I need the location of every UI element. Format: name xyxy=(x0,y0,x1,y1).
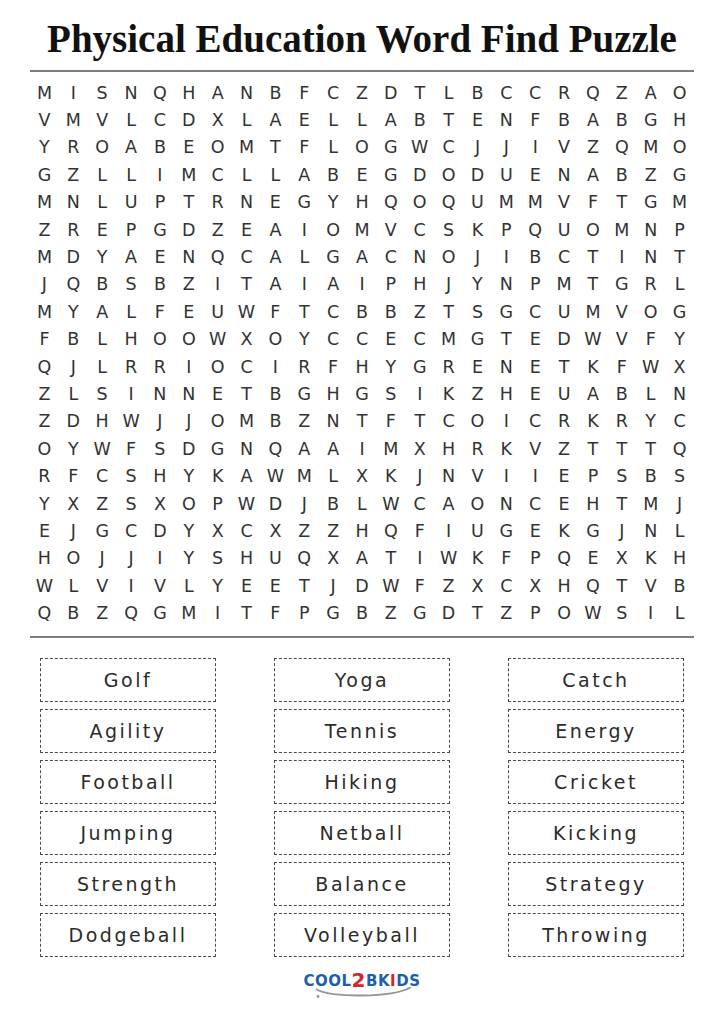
grid-cell[interactable]: C xyxy=(665,408,694,435)
grid-cell[interactable]: J xyxy=(59,353,88,380)
grid-cell[interactable]: Z xyxy=(59,161,88,188)
grid-cell[interactable]: G xyxy=(145,216,174,243)
grid-cell[interactable]: H xyxy=(117,326,146,353)
grid-cell[interactable]: F xyxy=(405,517,434,544)
grid-cell[interactable]: U xyxy=(203,298,232,325)
grid-cell[interactable]: B xyxy=(319,161,348,188)
grid-cell[interactable]: L xyxy=(290,243,319,270)
grid-cell[interactable]: V xyxy=(550,189,579,216)
grid-cell[interactable]: J xyxy=(117,545,146,572)
grid-cell[interactable]: D xyxy=(59,408,88,435)
grid-cell[interactable]: B xyxy=(59,326,88,353)
grid-cell[interactable]: V xyxy=(88,106,117,133)
grid-cell[interactable]: L xyxy=(232,161,261,188)
grid-cell[interactable]: Y xyxy=(174,545,203,572)
grid-cell[interactable]: Q xyxy=(521,216,550,243)
grid-cell[interactable]: Y xyxy=(203,572,232,599)
grid-cell[interactable]: B xyxy=(348,298,377,325)
grid-cell[interactable]: Q xyxy=(376,517,405,544)
grid-cell[interactable]: W xyxy=(579,599,608,626)
word-item[interactable]: Catch xyxy=(508,658,684,702)
grid-cell[interactable]: T xyxy=(290,298,319,325)
grid-cell[interactable]: A xyxy=(579,106,608,133)
grid-cell[interactable]: F xyxy=(290,79,319,106)
grid-cell[interactable]: G xyxy=(376,161,405,188)
grid-cell[interactable]: Q xyxy=(117,599,146,626)
grid-cell[interactable]: D xyxy=(174,435,203,462)
grid-cell[interactable]: C xyxy=(319,298,348,325)
grid-cell[interactable]: U xyxy=(550,216,579,243)
grid-cell[interactable]: M xyxy=(636,490,665,517)
grid-cell[interactable]: H xyxy=(174,79,203,106)
grid-cell[interactable]: E xyxy=(232,572,261,599)
grid-cell[interactable]: S xyxy=(117,271,146,298)
grid-cell[interactable]: B xyxy=(376,298,405,325)
grid-cell[interactable]: A xyxy=(348,243,377,270)
grid-cell[interactable]: X xyxy=(665,353,694,380)
grid-cell[interactable]: E xyxy=(145,243,174,270)
grid-cell[interactable]: Q xyxy=(30,353,59,380)
grid-cell[interactable]: Y xyxy=(463,271,492,298)
grid-cell[interactable]: D xyxy=(174,216,203,243)
grid-cell[interactable]: N xyxy=(405,243,434,270)
grid-cell[interactable]: L xyxy=(665,599,694,626)
grid-cell[interactable]: E xyxy=(550,490,579,517)
grid-cell[interactable]: O xyxy=(203,353,232,380)
grid-cell[interactable]: N xyxy=(59,189,88,216)
grid-cell[interactable]: Q xyxy=(607,134,636,161)
grid-cell[interactable]: I xyxy=(290,216,319,243)
grid-cell[interactable]: A xyxy=(636,79,665,106)
grid-cell[interactable]: Z xyxy=(30,380,59,407)
grid-cell[interactable]: M xyxy=(348,216,377,243)
grid-cell[interactable]: A xyxy=(579,380,608,407)
grid-cell[interactable]: U xyxy=(463,189,492,216)
grid-cell[interactable]: W xyxy=(88,435,117,462)
grid-cell[interactable]: I xyxy=(145,161,174,188)
grid-cell[interactable]: L xyxy=(88,189,117,216)
grid-cell[interactable]: C xyxy=(492,572,521,599)
grid-cell[interactable]: Y xyxy=(59,435,88,462)
grid-cell[interactable]: K xyxy=(376,462,405,489)
word-item[interactable]: Throwing xyxy=(508,913,684,957)
grid-cell[interactable]: T xyxy=(579,243,608,270)
grid-cell[interactable]: K xyxy=(463,545,492,572)
grid-cell[interactable]: V xyxy=(636,572,665,599)
grid-cell[interactable]: F xyxy=(492,545,521,572)
grid-cell[interactable]: P xyxy=(521,271,550,298)
grid-cell[interactable]: E xyxy=(348,161,377,188)
grid-cell[interactable]: H xyxy=(88,408,117,435)
grid-cell[interactable]: Z xyxy=(434,572,463,599)
grid-cell[interactable]: J xyxy=(434,271,463,298)
grid-cell[interactable]: D xyxy=(550,326,579,353)
grid-cell[interactable]: A xyxy=(88,298,117,325)
word-item[interactable]: Volleyball xyxy=(274,913,450,957)
grid-cell[interactable]: G xyxy=(290,189,319,216)
word-item[interactable]: Hiking xyxy=(274,760,450,804)
grid-cell[interactable]: A xyxy=(434,490,463,517)
grid-cell[interactable]: A xyxy=(261,216,290,243)
grid-cell[interactable]: C xyxy=(521,408,550,435)
grid-cell[interactable]: N xyxy=(636,216,665,243)
grid-cell[interactable]: G xyxy=(636,189,665,216)
grid-cell[interactable]: D xyxy=(434,599,463,626)
grid-cell[interactable]: G xyxy=(607,271,636,298)
grid-cell[interactable]: X xyxy=(348,462,377,489)
grid-cell[interactable]: E xyxy=(463,106,492,133)
grid-cell[interactable]: N xyxy=(636,243,665,270)
grid-cell[interactable]: F xyxy=(607,353,636,380)
grid-cell[interactable]: F xyxy=(145,298,174,325)
grid-cell[interactable]: M xyxy=(59,106,88,133)
grid-cell[interactable]: X xyxy=(203,517,232,544)
grid-cell[interactable]: M xyxy=(492,189,521,216)
grid-cell[interactable]: W xyxy=(376,572,405,599)
grid-cell[interactable]: G xyxy=(665,298,694,325)
grid-cell[interactable]: I xyxy=(492,408,521,435)
grid-cell[interactable]: I xyxy=(117,572,146,599)
grid-cell[interactable]: V xyxy=(30,106,59,133)
grid-cell[interactable]: Q xyxy=(579,572,608,599)
grid-cell[interactable]: W xyxy=(405,134,434,161)
grid-cell[interactable]: O xyxy=(665,79,694,106)
grid-cell[interactable]: T xyxy=(607,490,636,517)
grid-cell[interactable]: I xyxy=(521,462,550,489)
grid-cell[interactable]: B xyxy=(607,161,636,188)
grid-cell[interactable]: F xyxy=(521,106,550,133)
grid-cell[interactable]: E xyxy=(579,545,608,572)
grid-cell[interactable]: M xyxy=(290,462,319,489)
grid-cell[interactable]: O xyxy=(30,435,59,462)
grid-cell[interactable]: J xyxy=(145,408,174,435)
grid-cell[interactable]: H xyxy=(579,490,608,517)
grid-cell[interactable]: B xyxy=(665,572,694,599)
grid-cell[interactable]: M xyxy=(607,216,636,243)
grid-cell[interactable]: T xyxy=(261,134,290,161)
grid-cell[interactable]: H xyxy=(665,106,694,133)
grid-cell[interactable]: N xyxy=(550,161,579,188)
grid-cell[interactable]: E xyxy=(174,134,203,161)
grid-cell[interactable]: B xyxy=(319,490,348,517)
grid-cell[interactable]: Q xyxy=(30,599,59,626)
grid-cell[interactable]: T xyxy=(550,353,579,380)
grid-cell[interactable]: H xyxy=(492,380,521,407)
grid-cell[interactable]: Y xyxy=(59,298,88,325)
grid-cell[interactable]: B xyxy=(521,243,550,270)
grid-cell[interactable]: N xyxy=(174,243,203,270)
grid-cell[interactable]: L xyxy=(665,271,694,298)
grid-cell[interactable]: Z xyxy=(463,380,492,407)
grid-cell[interactable]: M xyxy=(376,435,405,462)
grid-cell[interactable]: J xyxy=(319,572,348,599)
grid-cell[interactable]: Z xyxy=(30,408,59,435)
grid-cell[interactable]: M xyxy=(636,134,665,161)
grid-cell[interactable]: S xyxy=(463,298,492,325)
grid-cell[interactable]: X xyxy=(203,106,232,133)
grid-cell[interactable]: A xyxy=(319,271,348,298)
grid-cell[interactable]: R xyxy=(636,271,665,298)
grid-cell[interactable]: P xyxy=(665,216,694,243)
grid-cell[interactable]: S xyxy=(665,462,694,489)
grid-cell[interactable]: B xyxy=(405,106,434,133)
grid-cell[interactable]: X xyxy=(261,517,290,544)
grid-cell[interactable]: O xyxy=(434,243,463,270)
grid-cell[interactable]: T xyxy=(636,435,665,462)
grid-cell[interactable]: E xyxy=(463,353,492,380)
grid-cell[interactable]: J xyxy=(174,408,203,435)
grid-cell[interactable]: A xyxy=(117,134,146,161)
grid-cell[interactable]: V xyxy=(607,326,636,353)
grid-cell[interactable]: A xyxy=(290,161,319,188)
grid-cell[interactable]: E xyxy=(550,462,579,489)
grid-cell[interactable]: B xyxy=(88,271,117,298)
grid-cell[interactable]: L xyxy=(59,572,88,599)
grid-cell[interactable]: V xyxy=(88,572,117,599)
grid-cell[interactable]: T xyxy=(174,189,203,216)
grid-cell[interactable]: T xyxy=(665,243,694,270)
grid-cell[interactable]: A xyxy=(203,79,232,106)
grid-cell[interactable]: Y xyxy=(174,462,203,489)
grid-cell[interactable]: G xyxy=(463,326,492,353)
grid-cell[interactable]: E xyxy=(261,189,290,216)
grid-cell[interactable]: E xyxy=(232,216,261,243)
grid-cell[interactable]: S xyxy=(117,462,146,489)
grid-cell[interactable]: P xyxy=(290,599,319,626)
grid-cell[interactable]: N xyxy=(492,106,521,133)
grid-cell[interactable]: U xyxy=(550,298,579,325)
word-item[interactable]: Strength xyxy=(40,862,216,906)
grid-cell[interactable]: N xyxy=(174,380,203,407)
grid-cell[interactable]: J xyxy=(88,545,117,572)
grid-cell[interactable]: T xyxy=(492,326,521,353)
grid-cell[interactable]: L xyxy=(636,380,665,407)
grid-cell[interactable]: D xyxy=(59,243,88,270)
grid-cell[interactable]: F xyxy=(290,134,319,161)
grid-cell[interactable]: R xyxy=(550,408,579,435)
grid-cell[interactable]: O xyxy=(434,161,463,188)
grid-cell[interactable]: C xyxy=(203,161,232,188)
grid-cell[interactable]: X xyxy=(232,326,261,353)
word-item[interactable]: Yoga xyxy=(274,658,450,702)
grid-cell[interactable]: U xyxy=(550,380,579,407)
grid-cell[interactable]: M xyxy=(30,298,59,325)
grid-cell[interactable]: T xyxy=(348,408,377,435)
grid-cell[interactable]: L xyxy=(88,326,117,353)
grid-cell[interactable]: P xyxy=(203,490,232,517)
grid-cell[interactable]: P xyxy=(376,271,405,298)
grid-cell[interactable]: S xyxy=(145,435,174,462)
grid-cell[interactable]: I xyxy=(405,545,434,572)
grid-cell[interactable]: N xyxy=(434,462,463,489)
grid-cell[interactable]: S xyxy=(607,599,636,626)
grid-cell[interactable]: B xyxy=(607,380,636,407)
grid-cell[interactable]: Y xyxy=(376,353,405,380)
grid-cell[interactable]: S xyxy=(203,545,232,572)
grid-cell[interactable]: Z xyxy=(492,599,521,626)
grid-cell[interactable]: H xyxy=(665,545,694,572)
grid-cell[interactable]: I xyxy=(521,134,550,161)
grid-cell[interactable]: C xyxy=(348,326,377,353)
grid-cell[interactable]: G xyxy=(319,599,348,626)
grid-cell[interactable]: N xyxy=(232,435,261,462)
grid-cell[interactable]: Z xyxy=(607,79,636,106)
grid-cell[interactable]: Z xyxy=(88,490,117,517)
grid-cell[interactable]: L xyxy=(319,134,348,161)
grid-cell[interactable]: J xyxy=(290,490,319,517)
word-item[interactable]: Cricket xyxy=(508,760,684,804)
grid-cell[interactable]: H xyxy=(319,380,348,407)
grid-cell[interactable]: O xyxy=(203,408,232,435)
grid-cell[interactable]: G xyxy=(376,134,405,161)
grid-cell[interactable]: V xyxy=(463,462,492,489)
grid-cell[interactable]: B xyxy=(145,271,174,298)
grid-cell[interactable]: N xyxy=(117,79,146,106)
grid-cell[interactable]: A xyxy=(376,106,405,133)
grid-cell[interactable]: C xyxy=(232,353,261,380)
grid-cell[interactable]: W xyxy=(203,326,232,353)
grid-cell[interactable]: L xyxy=(319,106,348,133)
grid-cell[interactable]: L xyxy=(117,161,146,188)
grid-cell[interactable]: Z xyxy=(203,216,232,243)
grid-cell[interactable]: I xyxy=(348,435,377,462)
grid-cell[interactable]: A xyxy=(579,161,608,188)
grid-cell[interactable]: C xyxy=(405,216,434,243)
grid-cell[interactable]: K xyxy=(434,380,463,407)
grid-cell[interactable]: F xyxy=(59,462,88,489)
grid-cell[interactable]: G xyxy=(579,517,608,544)
word-item[interactable]: Energy xyxy=(508,709,684,753)
grid-cell[interactable]: B xyxy=(261,79,290,106)
grid-cell[interactable]: E xyxy=(290,106,319,133)
grid-cell[interactable]: N xyxy=(636,517,665,544)
grid-cell[interactable]: G xyxy=(30,161,59,188)
grid-cell[interactable]: Z xyxy=(636,161,665,188)
grid-cell[interactable]: Y xyxy=(290,326,319,353)
grid-cell[interactable]: Z xyxy=(30,216,59,243)
grid-cell[interactable]: G xyxy=(405,353,434,380)
grid-cell[interactable]: I xyxy=(405,380,434,407)
grid-cell[interactable]: W xyxy=(232,490,261,517)
grid-cell[interactable]: A xyxy=(319,435,348,462)
grid-cell[interactable]: M xyxy=(30,243,59,270)
grid-cell[interactable]: E xyxy=(88,216,117,243)
grid-cell[interactable]: I xyxy=(290,271,319,298)
grid-cell[interactable]: A xyxy=(261,271,290,298)
grid-cell[interactable]: O xyxy=(579,216,608,243)
grid-cell[interactable]: C xyxy=(232,517,261,544)
grid-cell[interactable]: E xyxy=(521,380,550,407)
grid-cell[interactable]: Q xyxy=(550,545,579,572)
grid-cell[interactable]: G xyxy=(290,380,319,407)
grid-cell[interactable]: C xyxy=(376,243,405,270)
grid-cell[interactable]: L xyxy=(232,106,261,133)
grid-cell[interactable]: T xyxy=(405,408,434,435)
grid-cell[interactable]: N xyxy=(492,353,521,380)
grid-cell[interactable]: X xyxy=(405,435,434,462)
grid-cell[interactable]: C xyxy=(405,490,434,517)
grid-cell[interactable]: P xyxy=(145,189,174,216)
grid-cell[interactable]: M xyxy=(174,599,203,626)
grid-cell[interactable]: W xyxy=(261,462,290,489)
grid-cell[interactable]: X xyxy=(521,572,550,599)
grid-cell[interactable]: G xyxy=(203,435,232,462)
grid-cell[interactable]: I xyxy=(492,243,521,270)
grid-cell[interactable]: L xyxy=(348,490,377,517)
grid-cell[interactable]: S xyxy=(434,216,463,243)
word-item[interactable]: Strategy xyxy=(508,862,684,906)
grid-cell[interactable]: N xyxy=(665,380,694,407)
grid-cell[interactable]: I xyxy=(636,599,665,626)
grid-cell[interactable]: S xyxy=(607,462,636,489)
grid-cell[interactable]: G xyxy=(88,517,117,544)
grid-cell[interactable]: V xyxy=(145,572,174,599)
grid-cell[interactable]: Q xyxy=(579,79,608,106)
grid-cell[interactable]: J xyxy=(607,517,636,544)
grid-cell[interactable]: K xyxy=(463,216,492,243)
grid-cell[interactable]: M xyxy=(665,189,694,216)
grid-cell[interactable]: K xyxy=(636,545,665,572)
grid-cell[interactable]: K xyxy=(203,462,232,489)
grid-cell[interactable]: J xyxy=(492,134,521,161)
grid-cell[interactable]: P xyxy=(117,216,146,243)
grid-cell[interactable]: H xyxy=(232,545,261,572)
grid-cell[interactable]: C xyxy=(492,79,521,106)
grid-cell[interactable]: E xyxy=(203,380,232,407)
grid-cell[interactable]: S xyxy=(88,380,117,407)
grid-cell[interactable]: U xyxy=(492,161,521,188)
grid-cell[interactable]: M xyxy=(521,189,550,216)
grid-cell[interactable]: K xyxy=(550,517,579,544)
grid-cell[interactable]: A xyxy=(290,435,319,462)
grid-cell[interactable]: T xyxy=(607,189,636,216)
grid-cell[interactable]: H xyxy=(30,545,59,572)
grid-cell[interactable]: M xyxy=(434,326,463,353)
grid-cell[interactable]: Q xyxy=(145,79,174,106)
grid-cell[interactable]: B xyxy=(636,462,665,489)
grid-cell[interactable]: K xyxy=(579,408,608,435)
grid-cell[interactable]: C xyxy=(319,326,348,353)
grid-cell[interactable]: C xyxy=(117,517,146,544)
grid-cell[interactable]: X xyxy=(319,545,348,572)
grid-cell[interactable]: T xyxy=(463,599,492,626)
grid-cell[interactable]: Y xyxy=(636,408,665,435)
grid-cell[interactable]: U xyxy=(261,545,290,572)
grid-cell[interactable]: C xyxy=(521,298,550,325)
grid-cell[interactable]: Q xyxy=(434,189,463,216)
grid-cell[interactable]: N xyxy=(232,79,261,106)
grid-cell[interactable]: N xyxy=(492,490,521,517)
grid-cell[interactable]: J xyxy=(665,490,694,517)
grid-cell[interactable]: R xyxy=(59,134,88,161)
grid-cell[interactable]: G xyxy=(348,380,377,407)
word-item[interactable]: Netball xyxy=(274,811,450,855)
grid-cell[interactable]: I xyxy=(261,353,290,380)
grid-cell[interactable]: I xyxy=(434,517,463,544)
grid-cell[interactable]: Y xyxy=(174,517,203,544)
grid-cell[interactable]: K xyxy=(579,353,608,380)
grid-cell[interactable]: P xyxy=(492,216,521,243)
grid-cell[interactable]: O xyxy=(463,408,492,435)
grid-cell[interactable]: L xyxy=(88,353,117,380)
grid-cell[interactable]: X xyxy=(607,545,636,572)
grid-cell[interactable]: I xyxy=(203,599,232,626)
grid-cell[interactable]: F xyxy=(117,435,146,462)
grid-cell[interactable]: Y xyxy=(30,490,59,517)
grid-cell[interactable]: M xyxy=(550,271,579,298)
grid-cell[interactable]: R xyxy=(203,189,232,216)
grid-cell[interactable]: T xyxy=(579,435,608,462)
